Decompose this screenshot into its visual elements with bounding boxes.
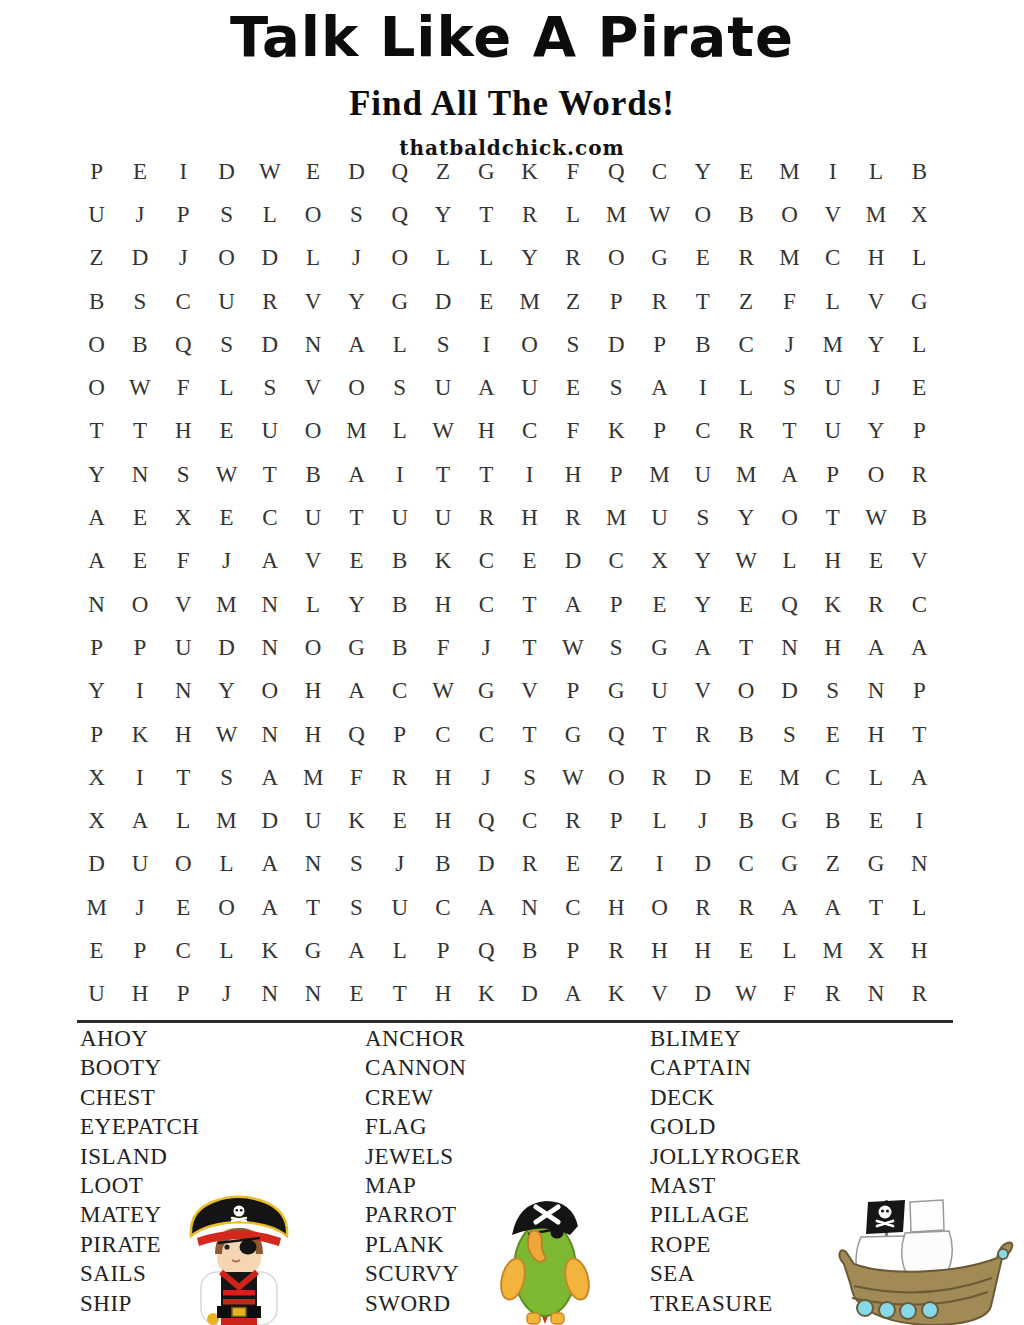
- grid-cell: J: [681, 799, 724, 842]
- grid-cell: G: [291, 929, 334, 972]
- grid-cell: S: [811, 670, 854, 713]
- grid-cell: X: [75, 756, 118, 799]
- grid-cell: M: [768, 237, 811, 280]
- grid-cell: S: [335, 886, 378, 929]
- grid-cell: D: [508, 973, 551, 1016]
- grid-cell: U: [638, 496, 681, 539]
- grid-cell: J: [465, 626, 508, 669]
- grid-cell: E: [898, 366, 941, 409]
- grid-cell: R: [508, 843, 551, 886]
- grid-cell: T: [335, 496, 378, 539]
- grid-cell: I: [378, 453, 421, 496]
- grid-cell: P: [75, 626, 118, 669]
- grid-cell: H: [638, 929, 681, 972]
- grid-cell: L: [205, 929, 248, 972]
- word-list-column-3: BLIMEYCAPTAINDECKGOLDJOLLYROGERMASTPILLA…: [650, 1024, 801, 1318]
- grid-cell: D: [465, 843, 508, 886]
- grid-cell: S: [378, 366, 421, 409]
- grid-cell: D: [75, 843, 118, 886]
- grid-cell: K: [421, 540, 464, 583]
- eyepatch: [240, 1240, 257, 1255]
- grid-cell: E: [811, 713, 854, 756]
- grid-cell: A: [248, 886, 291, 929]
- vest-stripe: [223, 1290, 255, 1296]
- grid-cell: V: [508, 670, 551, 713]
- grid-cell: R: [248, 280, 291, 323]
- grid-cell: C: [724, 843, 767, 886]
- grid-cell: G: [638, 626, 681, 669]
- grid-cell: R: [595, 929, 638, 972]
- parrot-eyepatch: [551, 1228, 564, 1239]
- grid-cell: U: [421, 496, 464, 539]
- grid-cell: P: [118, 626, 161, 669]
- word-list-column-2: ANCHORCANNONCREWFLAGJEWELSMAPPARROTPLANK…: [365, 1024, 466, 1318]
- grid-cell: Q: [378, 150, 421, 193]
- grid-cell: A: [335, 929, 378, 972]
- grid-cell: C: [724, 323, 767, 366]
- grid-cell: O: [335, 366, 378, 409]
- word-item: DECK: [650, 1083, 801, 1112]
- grid-cell: E: [508, 540, 551, 583]
- grid-cell: N: [768, 626, 811, 669]
- grid-cell: U: [162, 626, 205, 669]
- grid-cell: L: [205, 843, 248, 886]
- grid-cell: L: [551, 193, 594, 236]
- grid-cell: V: [638, 973, 681, 1016]
- grid-cell: Z: [724, 280, 767, 323]
- grid-cell: Z: [551, 280, 594, 323]
- grid-cell: V: [811, 193, 854, 236]
- grid-cell: A: [335, 453, 378, 496]
- grid-cell: O: [595, 237, 638, 280]
- grid-cell: Y: [335, 583, 378, 626]
- word-item: ROPE: [650, 1230, 801, 1259]
- grid-cell: Z: [421, 150, 464, 193]
- grid-cell: R: [638, 280, 681, 323]
- word-search-grid: PEIDWEDQZGKFQCYEMILBUJPSLOSQYTRLMWOBOVMX…: [75, 150, 941, 1016]
- grid-cell: E: [854, 540, 897, 583]
- grid-cell: R: [898, 973, 941, 1016]
- grid-cell: R: [551, 799, 594, 842]
- grid-cell: T: [854, 886, 897, 929]
- grid-cell: E: [638, 583, 681, 626]
- grid-cell: C: [162, 929, 205, 972]
- grid-cell: W: [248, 150, 291, 193]
- grid-cell: U: [811, 366, 854, 409]
- grid-cell: L: [162, 799, 205, 842]
- grid-cell: M: [724, 453, 767, 496]
- grid-cell: N: [854, 973, 897, 1016]
- grid-cell: T: [508, 583, 551, 626]
- grid-cell: X: [854, 929, 897, 972]
- grid-cell: W: [854, 496, 897, 539]
- word-item: SWORD: [365, 1289, 466, 1318]
- grid-cell: R: [811, 973, 854, 1016]
- word-item: ANCHOR: [365, 1024, 466, 1053]
- grid-cell: R: [551, 237, 594, 280]
- grid-cell: J: [205, 540, 248, 583]
- word-item: JEWELS: [365, 1142, 466, 1171]
- grid-cell: L: [898, 323, 941, 366]
- word-item: CANNON: [365, 1053, 466, 1082]
- grid-cell: D: [595, 323, 638, 366]
- grid-cell: E: [681, 237, 724, 280]
- grid-cell: H: [421, 973, 464, 1016]
- grid-cell: F: [162, 540, 205, 583]
- word-search-page: { "game": "word-search", "header": { "ti…: [0, 0, 1024, 1325]
- vest-stripe: [223, 1299, 255, 1305]
- grid-cell: T: [378, 973, 421, 1016]
- word-item: EYEPATCH: [80, 1112, 199, 1141]
- grid-cell: O: [595, 756, 638, 799]
- grid-cell: V: [291, 280, 334, 323]
- section-divider: [77, 1020, 953, 1023]
- grid-cell: P: [638, 323, 681, 366]
- grid-cell: P: [595, 453, 638, 496]
- grid-cell: B: [291, 453, 334, 496]
- grid-cell: N: [291, 323, 334, 366]
- grid-cell: B: [378, 626, 421, 669]
- grid-cell: Y: [75, 453, 118, 496]
- grid-cell: T: [465, 453, 508, 496]
- grid-cell: L: [768, 929, 811, 972]
- grid-cell: E: [724, 150, 767, 193]
- grid-cell: H: [681, 929, 724, 972]
- grid-cell: J: [378, 843, 421, 886]
- porthole: [998, 1249, 1008, 1259]
- grid-cell: L: [378, 323, 421, 366]
- pirate-parrot-image: [500, 1193, 590, 1325]
- word-item: SAILS: [80, 1259, 199, 1288]
- grid-cell: C: [638, 150, 681, 193]
- grid-cell: H: [854, 237, 897, 280]
- grid-cell: I: [898, 799, 941, 842]
- grid-cell: U: [291, 496, 334, 539]
- grid-cell: A: [768, 453, 811, 496]
- grid-cell: H: [811, 626, 854, 669]
- grid-cell: H: [854, 713, 897, 756]
- grid-cell: N: [75, 583, 118, 626]
- word-item: SHIP: [80, 1289, 199, 1318]
- porthole: [900, 1303, 916, 1319]
- grid-cell: O: [248, 670, 291, 713]
- grid-cell: L: [291, 237, 334, 280]
- grid-cell: H: [551, 453, 594, 496]
- grid-cell: Q: [595, 150, 638, 193]
- grid-cell: P: [75, 713, 118, 756]
- grid-cell: Y: [681, 150, 724, 193]
- word-item: CHEST: [80, 1083, 199, 1112]
- pirate-ship-image: [836, 1194, 1018, 1325]
- grid-cell: T: [898, 713, 941, 756]
- grid-cell: Y: [724, 496, 767, 539]
- grid-cell: L: [421, 237, 464, 280]
- grid-cell: Y: [75, 670, 118, 713]
- grid-cell: M: [768, 756, 811, 799]
- grid-cell: E: [118, 496, 161, 539]
- grid-cell: O: [508, 323, 551, 366]
- grid-cell: K: [811, 583, 854, 626]
- grid-cell: P: [595, 280, 638, 323]
- grid-cell: I: [162, 150, 205, 193]
- word-item: FLAG: [365, 1112, 466, 1141]
- grid-cell: U: [75, 973, 118, 1016]
- grid-cell: P: [421, 929, 464, 972]
- grid-cell: P: [162, 973, 205, 1016]
- grid-cell: M: [768, 150, 811, 193]
- grid-cell: Z: [595, 843, 638, 886]
- grid-cell: M: [335, 410, 378, 453]
- grid-cell: R: [724, 237, 767, 280]
- grid-cell: P: [118, 929, 161, 972]
- grid-cell: N: [291, 973, 334, 1016]
- grid-cell: C: [898, 583, 941, 626]
- grid-cell: S: [768, 366, 811, 409]
- grid-cell: T: [811, 496, 854, 539]
- grid-cell: Q: [595, 713, 638, 756]
- grid-cell: X: [162, 496, 205, 539]
- grid-cell: T: [421, 453, 464, 496]
- grid-cell: M: [75, 886, 118, 929]
- grid-cell: N: [291, 843, 334, 886]
- grid-cell: C: [421, 713, 464, 756]
- grid-cell: V: [854, 280, 897, 323]
- grid-cell: E: [724, 756, 767, 799]
- grid-cell: I: [508, 453, 551, 496]
- grid-cell: J: [465, 756, 508, 799]
- grid-cell: P: [898, 670, 941, 713]
- grid-cell: G: [465, 670, 508, 713]
- grid-cell: E: [205, 496, 248, 539]
- grid-cell: P: [898, 410, 941, 453]
- grid-cell: A: [854, 626, 897, 669]
- grid-cell: G: [768, 843, 811, 886]
- grid-cell: G: [854, 843, 897, 886]
- grid-cell: F: [551, 150, 594, 193]
- grid-cell: J: [205, 973, 248, 1016]
- grid-cell: T: [508, 626, 551, 669]
- grid-cell: A: [681, 626, 724, 669]
- grid-cell: I: [811, 150, 854, 193]
- grid-cell: S: [162, 453, 205, 496]
- grid-cell: C: [421, 886, 464, 929]
- word-item: TREASURE: [650, 1289, 801, 1318]
- grid-cell: C: [681, 410, 724, 453]
- grid-cell: E: [378, 799, 421, 842]
- grid-cell: S: [205, 323, 248, 366]
- word-item: MAST: [650, 1171, 801, 1200]
- grid-cell: T: [681, 280, 724, 323]
- grid-cell: U: [205, 280, 248, 323]
- word-item: CAPTAIN: [650, 1053, 801, 1082]
- grid-cell: D: [205, 626, 248, 669]
- grid-cell: K: [465, 973, 508, 1016]
- grid-cell: A: [75, 540, 118, 583]
- grid-cell: Y: [681, 540, 724, 583]
- belt-buckle: [232, 1308, 246, 1317]
- grid-cell: K: [595, 410, 638, 453]
- grid-cell: G: [638, 237, 681, 280]
- grid-cell: N: [898, 843, 941, 886]
- grid-cell: R: [681, 713, 724, 756]
- word-item: LOOT: [80, 1171, 199, 1200]
- grid-cell: E: [724, 583, 767, 626]
- grid-cell: C: [162, 280, 205, 323]
- grid-cell: P: [162, 193, 205, 236]
- grid-cell: L: [638, 799, 681, 842]
- grid-cell: N: [248, 713, 291, 756]
- grid-cell: S: [768, 713, 811, 756]
- grid-cell: G: [768, 799, 811, 842]
- grid-cell: M: [595, 193, 638, 236]
- grid-cell: Y: [335, 280, 378, 323]
- word-item: SEA: [650, 1259, 801, 1288]
- grid-cell: K: [248, 929, 291, 972]
- grid-cell: P: [811, 453, 854, 496]
- grid-cell: V: [291, 366, 334, 409]
- grid-cell: O: [118, 583, 161, 626]
- grid-cell: L: [854, 150, 897, 193]
- word-item: ISLAND: [80, 1142, 199, 1171]
- grid-cell: V: [898, 540, 941, 583]
- grid-cell: F: [768, 280, 811, 323]
- grid-cell: S: [595, 366, 638, 409]
- page-subtitle: Find All The Words!: [0, 84, 1024, 124]
- grid-cell: E: [118, 150, 161, 193]
- grid-cell: A: [248, 756, 291, 799]
- pirate-pants: [221, 1318, 257, 1325]
- grid-cell: L: [291, 583, 334, 626]
- grid-cell: H: [465, 410, 508, 453]
- grid-cell: F: [421, 626, 464, 669]
- grid-cell: D: [421, 280, 464, 323]
- grid-cell: G: [595, 670, 638, 713]
- grid-cell: D: [551, 540, 594, 583]
- word-item: MAP: [365, 1171, 466, 1200]
- grid-cell: T: [75, 410, 118, 453]
- page-title: Talk Like A Pirate: [0, 4, 1024, 69]
- grid-cell: D: [681, 973, 724, 1016]
- grid-cell: Y: [421, 193, 464, 236]
- grid-cell: W: [421, 670, 464, 713]
- grid-cell: N: [118, 453, 161, 496]
- grid-cell: T: [724, 626, 767, 669]
- grid-cell: M: [595, 496, 638, 539]
- grid-cell: L: [248, 193, 291, 236]
- grid-cell: J: [768, 323, 811, 366]
- grid-cell: F: [551, 410, 594, 453]
- grid-cell: Y: [854, 410, 897, 453]
- grid-cell: G: [898, 280, 941, 323]
- grid-cell: A: [248, 540, 291, 583]
- grid-cell: W: [205, 713, 248, 756]
- grid-cell: S: [508, 756, 551, 799]
- grid-cell: D: [118, 237, 161, 280]
- grid-cell: O: [724, 670, 767, 713]
- grid-cell: U: [681, 453, 724, 496]
- grid-cell: L: [378, 410, 421, 453]
- grid-cell: H: [421, 583, 464, 626]
- grid-cell: O: [205, 237, 248, 280]
- grid-cell: A: [75, 496, 118, 539]
- grid-cell: Y: [854, 323, 897, 366]
- grid-cell: M: [811, 929, 854, 972]
- parrot-foot: [527, 1313, 540, 1324]
- grid-cell: D: [248, 799, 291, 842]
- word-item: SCURVY: [365, 1259, 466, 1288]
- grid-cell: U: [75, 193, 118, 236]
- grid-cell: Q: [465, 799, 508, 842]
- grid-cell: A: [248, 843, 291, 886]
- grid-cell: Y: [681, 583, 724, 626]
- grid-cell: C: [551, 886, 594, 929]
- grid-cell: H: [595, 886, 638, 929]
- grid-cell: U: [118, 843, 161, 886]
- grid-cell: E: [335, 540, 378, 583]
- grid-cell: R: [724, 410, 767, 453]
- grid-cell: H: [508, 496, 551, 539]
- grid-cell: L: [854, 756, 897, 799]
- grid-cell: L: [898, 237, 941, 280]
- grid-cell: D: [768, 670, 811, 713]
- grid-cell: U: [811, 410, 854, 453]
- grid-cell: O: [291, 626, 334, 669]
- grid-cell: V: [681, 670, 724, 713]
- grid-cell: L: [898, 886, 941, 929]
- word-item: PLANK: [365, 1230, 466, 1259]
- grid-cell: A: [811, 886, 854, 929]
- grid-cell: B: [378, 583, 421, 626]
- grid-cell: Q: [465, 929, 508, 972]
- grid-cell: H: [421, 799, 464, 842]
- grid-cell: I: [118, 670, 161, 713]
- grid-cell: U: [421, 366, 464, 409]
- grid-cell: S: [205, 756, 248, 799]
- grid-cell: A: [335, 323, 378, 366]
- grid-cell: O: [291, 410, 334, 453]
- word-list-column-1: AHOYBOOTYCHESTEYEPATCHISLANDLOOTMATEYPIR…: [80, 1024, 199, 1318]
- grid-cell: K: [595, 973, 638, 1016]
- grid-cell: A: [551, 583, 594, 626]
- grid-cell: P: [595, 799, 638, 842]
- grid-cell: P: [75, 150, 118, 193]
- parrot-foot: [551, 1313, 564, 1324]
- grid-cell: I: [465, 323, 508, 366]
- grid-cell: U: [378, 496, 421, 539]
- grid-cell: A: [638, 366, 681, 409]
- grid-cell: Z: [75, 237, 118, 280]
- grid-cell: T: [508, 713, 551, 756]
- grid-cell: O: [291, 193, 334, 236]
- grid-cell: L: [724, 366, 767, 409]
- grid-cell: M: [205, 799, 248, 842]
- grid-cell: Z: [811, 843, 854, 886]
- grid-cell: I: [681, 366, 724, 409]
- grid-cell: E: [854, 799, 897, 842]
- grid-cell: C: [595, 540, 638, 583]
- grid-cell: W: [724, 973, 767, 1016]
- grid-cell: C: [508, 410, 551, 453]
- grid-cell: F: [162, 366, 205, 409]
- grid-cell: E: [551, 843, 594, 886]
- grid-cell: K: [508, 150, 551, 193]
- grid-cell: N: [248, 626, 291, 669]
- grid-cell: C: [465, 540, 508, 583]
- grid-cell: U: [638, 670, 681, 713]
- grid-cell: O: [681, 193, 724, 236]
- pirate-boy-image: [185, 1186, 293, 1325]
- grid-cell: P: [551, 929, 594, 972]
